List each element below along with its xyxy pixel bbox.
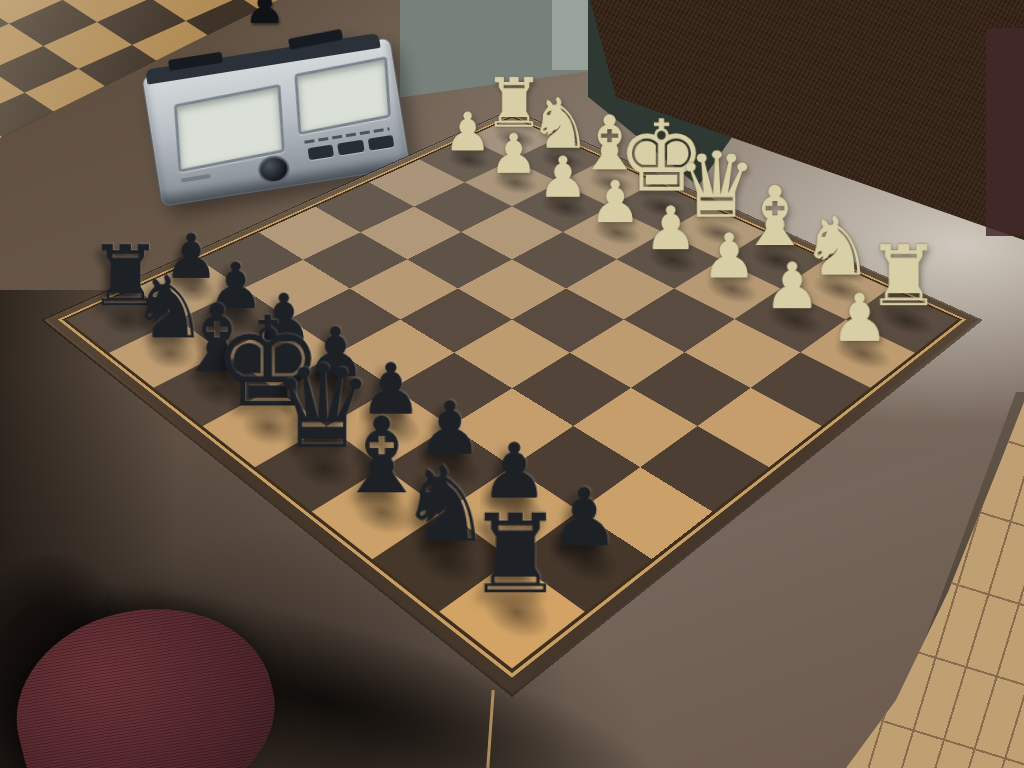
board-frame: ♜♞♝♛♚♝♞♜♟♟♟♟♟♟♟♟♟♟♟♟♟♟♟♟♜♞♝♛♚♝♞♜	[44, 110, 980, 694]
main-board-squares: ♜♞♝♛♚♝♞♜♟♟♟♟♟♟♟♟♟♟♟♟♟♟♟♟♜♞♝♛♚♝♞♜	[66, 118, 957, 669]
board-perspective-scene: ♜♞♝♛♚♝♞♜♟♟♟♟♟♟♟♟♟♟♟♟♟♟♟♟♜♞♝♛♚♝♞♜	[0, 0, 1024, 768]
main-chessboard: ♜♞♝♛♚♝♞♜♟♟♟♟♟♟♟♟♟♟♟♟♟♟♟♟♜♞♝♛♚♝♞♜	[67, 118, 958, 669]
club-room-photo: ♟ ♜♞♝♛♚♝♞♜♟♟♟♟♟♟♟♟♟♟♟♟♟♟♟♟♜♞♝♛♚♝♞♜	[0, 0, 1024, 768]
